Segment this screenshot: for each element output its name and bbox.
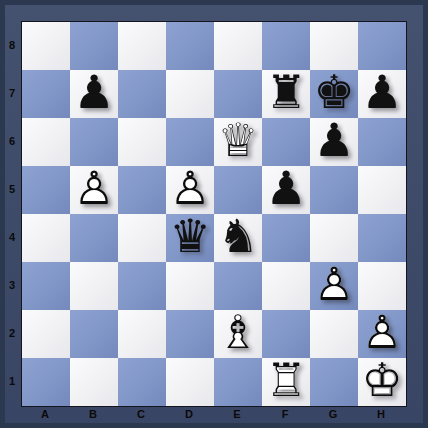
square-f2[interactable]: [262, 310, 310, 358]
square-e7[interactable]: [214, 70, 262, 118]
file-label-e: E: [213, 407, 261, 424]
white-pawn-piece[interactable]: ♟♙: [310, 262, 358, 310]
square-a8[interactable]: [22, 22, 70, 70]
rank-label-7: 7: [4, 69, 20, 117]
black-pawn-piece[interactable]: ♟: [262, 166, 310, 214]
square-e3[interactable]: [214, 262, 262, 310]
square-c5[interactable]: [118, 166, 166, 214]
rank-label-4: 4: [4, 213, 20, 261]
square-c3[interactable]: [118, 262, 166, 310]
file-label-b: B: [69, 407, 117, 424]
square-b3[interactable]: [70, 262, 118, 310]
black-king-piece[interactable]: ♚: [310, 70, 358, 118]
square-e1[interactable]: [214, 358, 262, 406]
file-label-c: C: [117, 407, 165, 424]
white-rook-piece[interactable]: ♜♖: [262, 358, 310, 406]
square-g1[interactable]: [310, 358, 358, 406]
square-h2[interactable]: ♟♙: [358, 310, 406, 358]
square-d3[interactable]: [166, 262, 214, 310]
white-bishop-piece[interactable]: ♝♗: [214, 310, 262, 358]
square-d5[interactable]: ♟♙: [166, 166, 214, 214]
file-label-d: D: [165, 407, 213, 424]
square-c6[interactable]: [118, 118, 166, 166]
square-g2[interactable]: [310, 310, 358, 358]
square-h7[interactable]: ♟: [358, 70, 406, 118]
square-d8[interactable]: [166, 22, 214, 70]
rank-label-2: 2: [4, 309, 20, 357]
rank-label-3: 3: [4, 261, 20, 309]
file-label-h: H: [357, 407, 405, 424]
square-e2[interactable]: ♝♗: [214, 310, 262, 358]
square-b8[interactable]: [70, 22, 118, 70]
black-rook-piece[interactable]: ♜: [262, 70, 310, 118]
square-c8[interactable]: [118, 22, 166, 70]
square-d7[interactable]: [166, 70, 214, 118]
square-g8[interactable]: [310, 22, 358, 70]
square-f8[interactable]: [262, 22, 310, 70]
square-f3[interactable]: [262, 262, 310, 310]
rank-label-5: 5: [4, 165, 20, 213]
square-b5[interactable]: ♟♙: [70, 166, 118, 214]
square-g3[interactable]: ♟♙: [310, 262, 358, 310]
square-a7[interactable]: [22, 70, 70, 118]
white-pawn-piece[interactable]: ♟♙: [70, 166, 118, 214]
black-queen-piece[interactable]: ♛: [166, 214, 214, 262]
square-d4[interactable]: ♛: [166, 214, 214, 262]
square-a6[interactable]: [22, 118, 70, 166]
square-g5[interactable]: [310, 166, 358, 214]
black-pawn-piece[interactable]: ♟: [358, 70, 406, 118]
square-c2[interactable]: [118, 310, 166, 358]
square-b6[interactable]: [70, 118, 118, 166]
square-b7[interactable]: ♟: [70, 70, 118, 118]
square-a1[interactable]: [22, 358, 70, 406]
square-d2[interactable]: [166, 310, 214, 358]
square-b2[interactable]: [70, 310, 118, 358]
square-c1[interactable]: [118, 358, 166, 406]
square-h6[interactable]: [358, 118, 406, 166]
chess-diagram: ♟♜♚♟♛♕♟♟♙♟♙♟♛♞♟♙♝♗♟♙♜♖♚♔ 87654321 ABCDEF…: [0, 0, 428, 428]
square-h5[interactable]: [358, 166, 406, 214]
square-a5[interactable]: [22, 166, 70, 214]
black-pawn-piece[interactable]: ♟: [70, 70, 118, 118]
file-label-g: G: [309, 407, 357, 424]
square-a4[interactable]: [22, 214, 70, 262]
square-h3[interactable]: [358, 262, 406, 310]
square-g6[interactable]: ♟: [310, 118, 358, 166]
square-f5[interactable]: ♟: [262, 166, 310, 214]
square-d1[interactable]: [166, 358, 214, 406]
white-king-piece[interactable]: ♚♔: [358, 358, 406, 406]
square-b1[interactable]: [70, 358, 118, 406]
rank-label-8: 8: [4, 21, 20, 69]
black-knight-piece[interactable]: ♞: [214, 214, 262, 262]
square-h1[interactable]: ♚♔: [358, 358, 406, 406]
square-h8[interactable]: [358, 22, 406, 70]
square-e4[interactable]: ♞: [214, 214, 262, 262]
square-f6[interactable]: [262, 118, 310, 166]
chessboard: ♟♜♚♟♛♕♟♟♙♟♙♟♛♞♟♙♝♗♟♙♜♖♚♔: [21, 21, 407, 407]
square-c4[interactable]: [118, 214, 166, 262]
square-g4[interactable]: [310, 214, 358, 262]
square-g7[interactable]: ♚: [310, 70, 358, 118]
square-b4[interactable]: [70, 214, 118, 262]
square-f4[interactable]: [262, 214, 310, 262]
white-pawn-piece[interactable]: ♟♙: [166, 166, 214, 214]
square-f7[interactable]: ♜: [262, 70, 310, 118]
square-f1[interactable]: ♜♖: [262, 358, 310, 406]
square-e6[interactable]: ♛♕: [214, 118, 262, 166]
file-label-a: A: [21, 407, 69, 424]
square-h4[interactable]: [358, 214, 406, 262]
square-a2[interactable]: [22, 310, 70, 358]
white-pawn-piece[interactable]: ♟♙: [358, 310, 406, 358]
square-a3[interactable]: [22, 262, 70, 310]
rank-label-1: 1: [4, 357, 20, 405]
file-label-f: F: [261, 407, 309, 424]
rank-label-6: 6: [4, 117, 20, 165]
white-queen-piece[interactable]: ♛♕: [214, 118, 262, 166]
square-e8[interactable]: [214, 22, 262, 70]
square-d6[interactable]: [166, 118, 214, 166]
black-pawn-piece[interactable]: ♟: [310, 118, 358, 166]
square-c7[interactable]: [118, 70, 166, 118]
square-e5[interactable]: [214, 166, 262, 214]
